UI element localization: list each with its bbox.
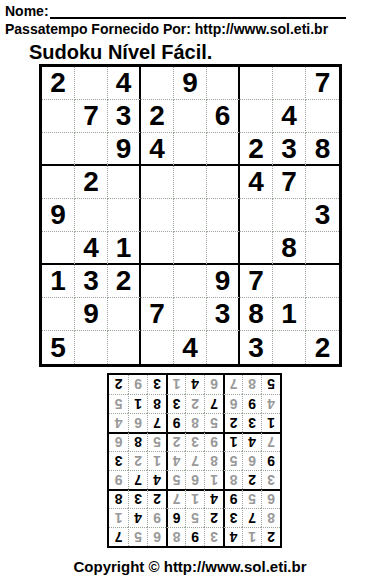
answer-cell-r4c8: 7 (128, 470, 147, 489)
puzzle-cell-r2c8[interactable]: 4 (273, 100, 306, 133)
answer-cell-r6c9: 6 (109, 432, 128, 451)
answer-cell-r7c4: 5 (204, 413, 223, 432)
answer-cell-r7c5: 8 (185, 413, 204, 432)
puzzle-cell-r7c7[interactable]: 7 (240, 265, 273, 298)
answer-cell-r5c2: 6 (242, 451, 261, 470)
puzzle-cell-r1c5[interactable]: 9 (174, 67, 207, 100)
answer-cell-r1c9: 7 (109, 527, 128, 546)
puzzle-cell-r5c1[interactable]: 9 (42, 199, 75, 232)
answer-cell-r3c2: 5 (242, 489, 261, 508)
answer-cell-r3c9: 8 (109, 489, 128, 508)
sudoku-puzzle-board: 249773264942382479341813297973815432 (39, 64, 342, 367)
puzzle-cell-r2c4[interactable]: 2 (141, 100, 174, 133)
puzzle-cell-r4c4[interactable] (141, 166, 174, 199)
name-row: Nome: (5, 3, 346, 19)
puzzle-cell-r3c2[interactable] (75, 133, 108, 166)
answer-cell-r8c1: 4 (261, 394, 280, 413)
puzzle-cell-r8c3[interactable] (108, 298, 141, 331)
puzzle-cell-r5c5[interactable] (174, 199, 207, 232)
puzzle-cell-r8c5[interactable] (174, 298, 207, 331)
puzzle-cell-r6c5[interactable] (174, 232, 207, 265)
answer-cell-r2c5: 5 (185, 508, 204, 527)
puzzle-cell-r2c2[interactable]: 7 (75, 100, 108, 133)
answer-cell-r8c4: 7 (204, 394, 223, 413)
answer-cell-r2c6: 6 (166, 508, 185, 527)
answer-cell-r9c8: 9 (128, 375, 147, 394)
puzzle-cell-r1c4[interactable] (141, 67, 174, 100)
answer-cell-r1c3: 4 (223, 527, 242, 546)
puzzle-cell-r9c6[interactable] (207, 331, 240, 364)
answer-cell-r8c8: 1 (128, 394, 147, 413)
answer-cell-r2c2: 7 (242, 508, 261, 527)
puzzle-cell-r2c1[interactable] (42, 100, 75, 133)
puzzle-cell-r9c7[interactable]: 3 (240, 331, 273, 364)
puzzle-cell-r8c2[interactable]: 9 (75, 298, 108, 331)
puzzle-cell-r8c8[interactable]: 1 (273, 298, 306, 331)
answer-cell-r8c5: 2 (185, 394, 204, 413)
answer-cell-r6c6: 2 (166, 432, 185, 451)
puzzle-cell-r2c3[interactable]: 3 (108, 100, 141, 133)
puzzle-cell-r3c1[interactable] (42, 133, 75, 166)
puzzle-cell-r9c1[interactable]: 5 (42, 331, 75, 364)
puzzle-cell-r9c3[interactable] (108, 331, 141, 364)
puzzle-cell-r4c6[interactable] (207, 166, 240, 199)
answer-cell-r3c4: 4 (204, 489, 223, 508)
puzzle-cell-r1c6[interactable] (207, 67, 240, 100)
sudoku-worksheet-page: Nome: Passatempo Fornecido Por: http://w… (0, 0, 380, 585)
puzzle-cell-r5c2[interactable] (75, 199, 108, 232)
puzzle-cell-r6c3[interactable]: 1 (108, 232, 141, 265)
answer-cell-r3c3: 9 (223, 489, 242, 508)
answer-cell-r5c5: 7 (185, 451, 204, 470)
puzzle-cell-r4c8[interactable]: 7 (273, 166, 306, 199)
answer-cell-r8c6: 3 (166, 394, 185, 413)
answer-cell-r1c5: 9 (185, 527, 204, 546)
puzzle-cell-r7c1[interactable]: 1 (42, 265, 75, 298)
puzzle-cell-r3c9[interactable]: 8 (306, 133, 339, 166)
answer-cell-r5c6: 4 (166, 451, 185, 470)
answer-cell-r8c9: 5 (109, 394, 128, 413)
answer-cell-r2c4: 2 (204, 508, 223, 527)
puzzle-cell-r7c4[interactable] (141, 265, 174, 298)
answer-cell-r7c7: 7 (147, 413, 166, 432)
answer-cell-r6c8: 8 (128, 432, 147, 451)
answer-cell-r9c1: 5 (261, 375, 280, 394)
puzzle-cell-r6c6[interactable] (207, 232, 240, 265)
puzzle-cell-r9c5[interactable]: 4 (174, 331, 207, 364)
page-title: Sudoku Nível Fácil. (29, 41, 212, 64)
answer-cell-r2c1: 8 (261, 508, 280, 527)
answer-cell-r3c1: 6 (261, 489, 280, 508)
copyright-line: Copyright © http://www.sol.eti.br (0, 558, 380, 575)
puzzle-cell-r6c4[interactable] (141, 232, 174, 265)
answer-cell-r7c9: 4 (109, 413, 128, 432)
answer-cell-r3c7: 2 (147, 489, 166, 508)
puzzle-cell-r3c8[interactable]: 3 (273, 133, 306, 166)
answer-cell-r6c7: 5 (147, 432, 166, 451)
puzzle-cell-r5c8[interactable] (273, 199, 306, 232)
puzzle-cell-r3c4[interactable]: 4 (141, 133, 174, 166)
puzzle-cell-r9c8[interactable] (273, 331, 306, 364)
puzzle-cell-r7c2[interactable]: 3 (75, 265, 108, 298)
puzzle-cell-r9c2[interactable] (75, 331, 108, 364)
puzzle-cell-r7c3[interactable]: 2 (108, 265, 141, 298)
answer-cell-r4c5: 6 (185, 470, 204, 489)
puzzle-cell-r7c5[interactable] (174, 265, 207, 298)
puzzle-cell-r4c7[interactable]: 4 (240, 166, 273, 199)
answer-cell-r5c9: 3 (109, 451, 128, 470)
answer-cell-r1c6: 8 (166, 527, 185, 546)
answer-cell-r4c3: 8 (223, 470, 242, 489)
puzzle-cell-r2c9[interactable] (306, 100, 339, 133)
answer-cell-r9c2: 8 (242, 375, 261, 394)
puzzle-cell-r9c9[interactable]: 2 (306, 331, 339, 364)
answer-cell-r3c8: 3 (128, 489, 147, 508)
answer-cell-r5c1: 9 (261, 451, 280, 470)
puzzle-cell-r7c9[interactable] (306, 265, 339, 298)
puzzle-cell-r5c4[interactable] (141, 199, 174, 232)
puzzle-cell-r1c3[interactable]: 4 (108, 67, 141, 100)
puzzle-cell-r4c3[interactable] (108, 166, 141, 199)
puzzle-cell-r5c3[interactable] (108, 199, 141, 232)
answer-cell-r3c6: 7 (166, 489, 185, 508)
answer-cell-r4c9: 9 (109, 470, 128, 489)
name-label: Nome: (5, 3, 49, 19)
puzzle-cell-r1c2[interactable] (75, 67, 108, 100)
puzzle-cell-r1c1[interactable]: 2 (42, 67, 75, 100)
puzzle-cell-r8c7[interactable]: 8 (240, 298, 273, 331)
puzzle-cell-r8c9[interactable] (306, 298, 339, 331)
sudoku-answer-key-board: 2143986578732569416594172383281654799658… (107, 373, 282, 548)
puzzle-cell-r9c4[interactable] (141, 331, 174, 364)
answer-cell-r1c4: 3 (204, 527, 223, 546)
answer-cell-r9c9: 2 (109, 375, 128, 394)
answer-cell-r7c2: 3 (242, 413, 261, 432)
puzzle-cell-r1c8[interactable] (273, 67, 306, 100)
answer-cell-r7c8: 6 (128, 413, 147, 432)
puzzle-cell-r4c1[interactable] (42, 166, 75, 199)
answer-cell-r9c7: 3 (147, 375, 166, 394)
answer-cell-r3c5: 1 (185, 489, 204, 508)
answer-cell-r4c4: 1 (204, 470, 223, 489)
puzzle-cell-r2c7[interactable] (240, 100, 273, 133)
answer-cell-r6c5: 3 (185, 432, 204, 451)
puzzle-cell-r5c9[interactable]: 3 (306, 199, 339, 232)
answer-cell-r8c3: 6 (223, 394, 242, 413)
answer-cell-r1c7: 6 (147, 527, 166, 546)
answer-cell-r8c2: 9 (242, 394, 261, 413)
puzzle-cell-r7c6[interactable]: 9 (207, 265, 240, 298)
puzzle-cell-r4c9[interactable] (306, 166, 339, 199)
answer-cell-r5c8: 2 (128, 451, 147, 470)
puzzle-cell-r2c5[interactable] (174, 100, 207, 133)
puzzle-cell-r6c1[interactable] (42, 232, 75, 265)
answer-cell-r2c7: 9 (147, 508, 166, 527)
puzzle-cell-r8c6[interactable]: 3 (207, 298, 240, 331)
puzzle-cell-r4c5[interactable] (174, 166, 207, 199)
puzzle-cell-r1c9[interactable]: 7 (306, 67, 339, 100)
puzzle-cell-r2c6[interactable]: 6 (207, 100, 240, 133)
answer-cell-r2c8: 4 (128, 508, 147, 527)
answer-cell-r9c5: 4 (185, 375, 204, 394)
answer-cell-r6c1: 7 (261, 432, 280, 451)
answer-cell-r2c3: 3 (223, 508, 242, 527)
name-fill-line[interactable] (50, 4, 346, 19)
answer-cell-r7c1: 1 (261, 413, 280, 432)
puzzle-cell-r3c3[interactable]: 9 (108, 133, 141, 166)
answer-cell-r9c6: 1 (166, 375, 185, 394)
answer-cell-r4c6: 5 (166, 470, 185, 489)
puzzle-cell-r8c1[interactable] (42, 298, 75, 331)
answer-cell-r6c4: 9 (204, 432, 223, 451)
answer-cell-r7c3: 2 (223, 413, 242, 432)
puzzle-cell-r6c2[interactable]: 4 (75, 232, 108, 265)
answer-cell-r6c3: 1 (223, 432, 242, 451)
answer-cell-r1c8: 5 (128, 527, 147, 546)
puzzle-cell-r5c6[interactable] (207, 199, 240, 232)
answer-cell-r5c7: 1 (147, 451, 166, 470)
answer-cell-r4c1: 3 (261, 470, 280, 489)
answer-cell-r1c2: 1 (242, 527, 261, 546)
answer-cell-r5c4: 8 (204, 451, 223, 470)
answer-cell-r4c2: 2 (242, 470, 261, 489)
answer-cell-r2c9: 1 (109, 508, 128, 527)
puzzle-cell-r4c2[interactable]: 2 (75, 166, 108, 199)
answer-cell-r7c6: 9 (166, 413, 185, 432)
puzzle-cell-r8c4[interactable]: 7 (141, 298, 174, 331)
answer-cell-r9c4: 6 (204, 375, 223, 394)
puzzle-cell-r1c7[interactable] (240, 67, 273, 100)
puzzle-cell-r7c8[interactable] (273, 265, 306, 298)
answer-cell-r5c3: 5 (223, 451, 242, 470)
provider-line: Passatempo Fornecido Por: http://www.sol… (5, 21, 328, 37)
answer-cell-r8c7: 8 (147, 394, 166, 413)
puzzle-cell-r3c6[interactable] (207, 133, 240, 166)
puzzle-cell-r6c9[interactable] (306, 232, 339, 265)
answer-cell-r1c1: 2 (261, 527, 280, 546)
puzzle-cell-r6c8[interactable]: 8 (273, 232, 306, 265)
answer-cell-r4c7: 4 (147, 470, 166, 489)
answer-cell-r6c2: 4 (242, 432, 261, 451)
puzzle-cell-r5c7[interactable] (240, 199, 273, 232)
puzzle-cell-r3c7[interactable]: 2 (240, 133, 273, 166)
puzzle-cell-r6c7[interactable] (240, 232, 273, 265)
answer-cell-r9c3: 7 (223, 375, 242, 394)
puzzle-cell-r3c5[interactable] (174, 133, 207, 166)
